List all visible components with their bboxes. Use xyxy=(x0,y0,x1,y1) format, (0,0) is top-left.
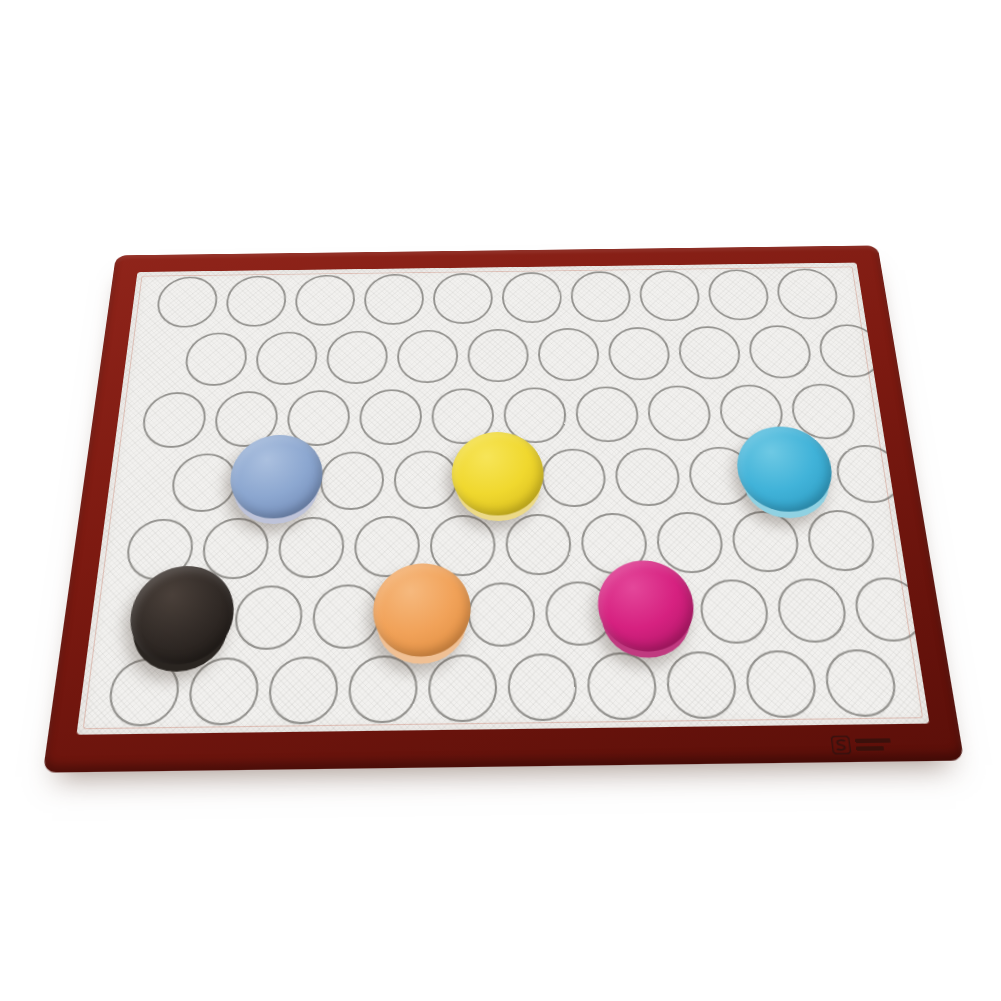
brand-logo xyxy=(831,735,893,754)
macaron-shell xyxy=(125,566,237,666)
brand-text-lines xyxy=(855,738,892,751)
macaron-cyan xyxy=(733,426,837,512)
photo-background xyxy=(0,0,1001,1001)
macaron-orange xyxy=(372,563,471,657)
brand-logo-icon xyxy=(831,736,852,755)
mat-surface xyxy=(76,263,929,735)
macaron-light-blue xyxy=(227,434,324,519)
baking-mat xyxy=(43,245,964,772)
macaron-black xyxy=(125,566,237,666)
macaron-magenta xyxy=(596,560,697,652)
macarons-layer xyxy=(76,263,929,735)
macaron-yellow xyxy=(452,431,545,516)
mat-tilt-wrapper xyxy=(0,0,1001,1001)
